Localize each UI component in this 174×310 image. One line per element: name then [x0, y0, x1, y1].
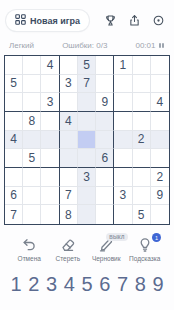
numpad-key-2[interactable]: 2 [26, 272, 42, 296]
cell-r8c6[interactable] [96, 187, 114, 206]
notes-button[interactable]: ВЫКЛ Черновик [87, 237, 126, 262]
numpad-key-3[interactable]: 3 [44, 272, 60, 296]
cell-r6c3[interactable] [41, 149, 59, 168]
mistakes-counter: Ошибки: 0/3 [62, 41, 107, 50]
notes-off-badge: ВЫКЛ [106, 233, 127, 241]
numpad-key-4[interactable]: 4 [61, 272, 77, 296]
cell-r2c9[interactable] [151, 75, 169, 94]
timer: 00:01 [135, 41, 165, 50]
cell-r2c3[interactable] [41, 75, 59, 94]
numpad-key-6[interactable]: 6 [97, 272, 113, 296]
cell-r1c1[interactable] [5, 56, 23, 75]
erase-label: Стереть [55, 255, 80, 262]
cell-r8c7[interactable]: 3 [114, 187, 132, 206]
pause-button[interactable] [158, 42, 165, 50]
cell-r3c3[interactable]: 3 [41, 93, 59, 112]
cell-r5c8[interactable]: 2 [133, 131, 151, 150]
cell-r7c4[interactable] [60, 168, 78, 187]
cell-r4c2[interactable]: 8 [23, 112, 41, 131]
cell-r6c5[interactable] [78, 149, 96, 168]
cell-r3c1[interactable] [5, 93, 23, 112]
cell-r6c7[interactable] [114, 149, 132, 168]
numpad-key-1[interactable]: 1 [8, 272, 24, 296]
cell-r2c5[interactable]: 7 [78, 75, 96, 94]
status-bar: Легкий Ошибки: 0/3 00:01 [0, 41, 174, 50]
cell-r8c2[interactable] [23, 187, 41, 206]
hint-button[interactable]: 1 Подсказка [126, 237, 165, 262]
cell-r7c9[interactable]: 2 [151, 168, 169, 187]
cell-r7c3[interactable] [41, 168, 59, 187]
cell-r8c9[interactable]: 9 [151, 187, 169, 206]
cell-r2c2[interactable] [23, 75, 41, 94]
cell-r7c7[interactable] [114, 168, 132, 187]
cell-r7c8[interactable] [133, 168, 151, 187]
cell-r1c8[interactable] [133, 56, 151, 75]
cell-r3c6[interactable]: 9 [96, 93, 114, 112]
cell-r5c3[interactable] [41, 131, 59, 150]
cell-r4c3[interactable] [41, 112, 59, 131]
cell-r4c9[interactable] [151, 112, 169, 131]
undo-button[interactable]: Отмена [10, 237, 49, 262]
cell-r7c1[interactable] [5, 168, 23, 187]
cell-r3c8[interactable] [133, 93, 151, 112]
erase-button[interactable]: Стереть [49, 237, 88, 262]
eraser-icon [60, 237, 76, 253]
numpad-key-7[interactable]: 7 [115, 272, 131, 296]
cell-r1c6[interactable] [96, 56, 114, 75]
cell-r4c4[interactable]: 4 [60, 112, 78, 131]
undo-label: Отмена [18, 255, 41, 262]
cell-r2c6[interactable] [96, 75, 114, 94]
cell-r4c7[interactable] [114, 112, 132, 131]
cell-r3c7[interactable] [114, 93, 132, 112]
numpad-key-8[interactable]: 8 [132, 272, 148, 296]
notes-label: Черновик [92, 255, 121, 262]
cell-r8c1[interactable]: 6 [5, 187, 23, 206]
cell-r1c2[interactable] [23, 56, 41, 75]
cell-r6c4[interactable] [60, 149, 78, 168]
cell-r7c6[interactable] [96, 168, 114, 187]
sudoku-board[interactable]: 451537394844256326739785 [4, 55, 170, 225]
cell-r2c1[interactable]: 5 [5, 75, 23, 94]
cell-r1c4[interactable] [60, 56, 78, 75]
cell-r4c1[interactable] [5, 112, 23, 131]
cell-r3c5[interactable] [78, 93, 96, 112]
cell-r5c1[interactable]: 4 [5, 131, 23, 150]
cell-r6c8[interactable] [133, 149, 151, 168]
cell-r8c8[interactable] [133, 187, 151, 206]
cell-r1c7[interactable]: 1 [114, 56, 132, 75]
cell-r6c6[interactable]: 6 [96, 149, 114, 168]
cell-r6c9[interactable] [151, 149, 169, 168]
lightbulb-icon [137, 237, 153, 253]
cell-r9c2[interactable] [23, 205, 41, 224]
cell-r4c6[interactable] [96, 112, 114, 131]
new-game-button[interactable]: Новая игра [6, 10, 89, 31]
cell-r9c9[interactable] [151, 205, 169, 224]
numpad-key-9[interactable]: 9 [150, 272, 166, 296]
cell-r5c5[interactable] [78, 131, 96, 150]
action-toolbar: Отмена Стереть ВЫКЛ Черновик 1 [0, 237, 174, 262]
cell-r1c9[interactable] [151, 56, 169, 75]
cell-r9c5[interactable] [78, 205, 96, 224]
cell-r5c2[interactable] [23, 131, 41, 150]
cell-r5c4[interactable] [60, 131, 78, 150]
cell-r9c7[interactable] [114, 205, 132, 224]
share-icon[interactable] [128, 14, 141, 27]
grid-icon [15, 14, 26, 27]
cell-r3c9[interactable]: 4 [151, 93, 169, 112]
cell-r1c5[interactable]: 5 [78, 56, 96, 75]
cell-r3c2[interactable] [23, 93, 41, 112]
cell-r9c4[interactable]: 8 [60, 205, 78, 224]
cell-r9c3[interactable] [41, 205, 59, 224]
trophy-icon[interactable] [104, 14, 117, 27]
cell-r1c3[interactable]: 4 [41, 56, 59, 75]
cell-r5c7[interactable] [114, 131, 132, 150]
cell-r4c5[interactable] [78, 112, 96, 131]
cell-r9c6[interactable] [96, 205, 114, 224]
new-game-label: Новая игра [30, 16, 80, 26]
timer-value: 00:01 [135, 41, 155, 50]
cell-r4c8[interactable] [133, 112, 151, 131]
cell-r5c9[interactable] [151, 131, 169, 150]
undo-icon [21, 237, 37, 253]
cell-r8c3[interactable] [41, 187, 59, 206]
cell-r7c5[interactable]: 3 [78, 168, 96, 187]
cell-r9c8[interactable]: 5 [133, 205, 151, 224]
cell-r2c8[interactable] [133, 75, 151, 94]
numpad-key-5[interactable]: 5 [79, 272, 95, 296]
hint-count-badge: 1 [152, 233, 161, 242]
header-icons [104, 14, 165, 27]
hint-label: Подсказка [129, 255, 160, 262]
cell-r8c5[interactable] [78, 187, 96, 206]
top-bar: Новая игра [0, 0, 174, 31]
cell-r6c1[interactable] [5, 149, 23, 168]
cell-r9c1[interactable]: 7 [5, 205, 23, 224]
number-pad: 123456789 [0, 272, 174, 296]
settings-icon[interactable] [152, 14, 165, 27]
difficulty-label: Легкий [9, 41, 34, 50]
cell-r8c4[interactable]: 7 [60, 187, 78, 206]
cell-r5c6[interactable] [96, 131, 114, 150]
cell-r2c4[interactable]: 3 [60, 75, 78, 94]
cell-r3c4[interactable] [60, 93, 78, 112]
cell-r2c7[interactable] [114, 75, 132, 94]
cell-r6c2[interactable]: 5 [23, 149, 41, 168]
cell-r7c2[interactable] [23, 168, 41, 187]
